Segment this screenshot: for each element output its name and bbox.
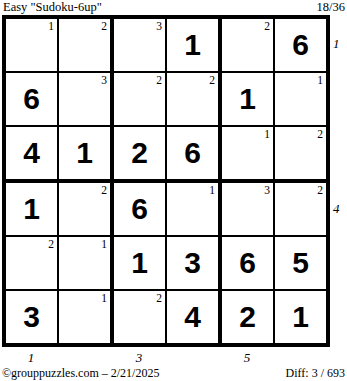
row-label-4: 4 (333, 202, 345, 215)
given-digit: 1 (292, 302, 309, 332)
given-digit: 6 (131, 194, 148, 224)
given-digit: 6 (23, 84, 40, 114)
given-digit: 6 (184, 138, 201, 168)
given-digit: 1 (23, 194, 40, 224)
given-digit: 2 (131, 138, 148, 168)
given-digit: 1 (184, 30, 201, 60)
cell-r5c1[interactable]: 2 (6, 237, 59, 291)
corner-clue: 2 (317, 184, 323, 196)
given-digit: 1 (239, 84, 256, 114)
given-digit: 6 (292, 30, 309, 60)
corner-clue: 1 (101, 292, 107, 304)
given-digit: 3 (184, 248, 201, 278)
cell-r3c1[interactable]: 4 (6, 127, 59, 183)
corner-clue: 1 (317, 74, 323, 86)
givens-counter: 18/36 (317, 0, 345, 15)
board-grid: 123126632211412612126132211365312421 (2, 15, 330, 347)
cell-r2c2[interactable]: 3 (59, 73, 114, 127)
corner-clue: 2 (101, 184, 107, 196)
cell-r2c5[interactable]: 1 (222, 73, 275, 127)
cell-r5c4[interactable]: 3 (167, 237, 222, 291)
cell-r6c1[interactable]: 3 (6, 291, 59, 343)
footer-difficulty: Diff: 3 / 693 (286, 366, 345, 381)
corner-clue: 2 (317, 128, 323, 140)
given-digit: 1 (131, 248, 148, 278)
given-digit: 3 (23, 302, 40, 332)
corner-clue: 2 (264, 20, 270, 32)
corner-clue: 1 (264, 128, 270, 140)
given-digit: 2 (239, 302, 256, 332)
corner-clue: 3 (101, 74, 107, 86)
corner-clue: 2 (101, 20, 107, 32)
cell-r4c1[interactable]: 1 (6, 183, 59, 237)
cell-r4c6[interactable]: 2 (275, 183, 326, 237)
cell-r5c5[interactable]: 6 (222, 237, 275, 291)
given-digit: 4 (23, 138, 40, 168)
row-label-1: 1 (333, 37, 345, 50)
corner-clue: 1 (101, 238, 107, 250)
cell-r2c1[interactable]: 6 (6, 73, 59, 127)
given-digit: 1 (76, 138, 93, 168)
corner-clue: 2 (209, 74, 215, 86)
cell-r6c2[interactable]: 1 (59, 291, 114, 343)
cell-r5c6[interactable]: 5 (275, 237, 326, 291)
cell-r3c6[interactable]: 2 (275, 127, 326, 183)
cell-r6c4[interactable]: 4 (167, 291, 222, 343)
col-label-3: 3 (129, 351, 149, 364)
cell-r4c5[interactable]: 3 (222, 183, 275, 237)
cell-r1c6[interactable]: 6 (275, 19, 326, 73)
col-label-1: 1 (21, 351, 41, 364)
given-digit: 4 (184, 302, 201, 332)
cell-r3c2[interactable]: 1 (59, 127, 114, 183)
cell-r4c4[interactable]: 1 (167, 183, 222, 237)
cell-r1c2[interactable]: 2 (59, 19, 114, 73)
cell-r5c2[interactable]: 1 (59, 237, 114, 291)
cell-r2c6[interactable]: 1 (275, 73, 326, 127)
cell-r3c5[interactable]: 1 (222, 127, 275, 183)
given-digit: 6 (239, 248, 256, 278)
given-digit: 5 (292, 248, 309, 278)
cell-r3c3[interactable]: 2 (114, 127, 167, 183)
col-label-5: 5 (237, 351, 257, 364)
cell-r4c2[interactable]: 2 (59, 183, 114, 237)
cell-r3c4[interactable]: 6 (167, 127, 222, 183)
corner-clue: 1 (48, 20, 54, 32)
cell-r1c3[interactable]: 3 (114, 19, 167, 73)
cell-r6c6[interactable]: 1 (275, 291, 326, 343)
footer-copyright: ©grouppuzzles.com – 2/21/2025 (2, 366, 159, 381)
corner-clue: 3 (156, 20, 162, 32)
cell-r2c4[interactable]: 2 (167, 73, 222, 127)
cell-r1c5[interactable]: 2 (222, 19, 275, 73)
corner-clue: 1 (209, 184, 215, 196)
corner-clue: 3 (264, 184, 270, 196)
cell-r4c3[interactable]: 6 (114, 183, 167, 237)
corner-clue: 2 (48, 238, 54, 250)
cell-r6c5[interactable]: 2 (222, 291, 275, 343)
corner-clue: 2 (156, 292, 162, 304)
cell-r5c3[interactable]: 1 (114, 237, 167, 291)
page-title: Easy "Sudoku-6up" (3, 0, 102, 15)
corner-clue: 2 (156, 74, 162, 86)
cell-r2c3[interactable]: 2 (114, 73, 167, 127)
cell-r6c3[interactable]: 2 (114, 291, 167, 343)
cell-r1c1[interactable]: 1 (6, 19, 59, 73)
cell-r1c4[interactable]: 1 (167, 19, 222, 73)
